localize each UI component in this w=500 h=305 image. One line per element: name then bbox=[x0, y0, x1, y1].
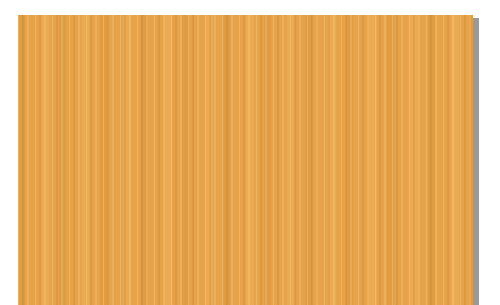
go-diagram bbox=[0, 0, 500, 305]
stone-layer bbox=[20, 21, 476, 305]
